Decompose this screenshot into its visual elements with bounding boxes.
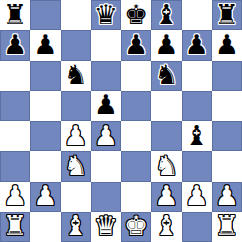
square-d2[interactable] <box>91 182 121 212</box>
piece-white-pawn[interactable]: ♟ <box>64 122 88 149</box>
piece-white-bishop[interactable]: ♝ <box>64 212 88 239</box>
piece-black-pawn[interactable]: ♟ <box>94 91 118 118</box>
square-e5[interactable] <box>121 91 151 121</box>
piece-white-pawn[interactable]: ♟ <box>185 182 209 209</box>
piece-black-pawn[interactable]: ♟ <box>124 31 148 58</box>
piece-black-pawn[interactable]: ♟ <box>33 31 57 58</box>
square-d7[interactable] <box>91 30 121 60</box>
piece-white-knight[interactable]: ♞ <box>154 152 178 179</box>
piece-white-pawn[interactable]: ♟ <box>215 182 239 209</box>
piece-black-knight[interactable]: ♞ <box>64 61 88 88</box>
square-g4[interactable]: ♝ <box>182 121 212 151</box>
square-f8[interactable]: ♝ <box>151 0 181 30</box>
piece-white-pawn[interactable]: ♟ <box>154 182 178 209</box>
piece-white-king[interactable]: ♚ <box>124 212 148 239</box>
square-b4[interactable] <box>30 121 60 151</box>
piece-white-pawn[interactable]: ♟ <box>3 182 27 209</box>
square-a7[interactable]: ♟ <box>0 30 30 60</box>
piece-black-pawn[interactable]: ♟ <box>3 31 27 58</box>
square-c6[interactable]: ♞ <box>61 61 91 91</box>
square-g3[interactable] <box>182 151 212 181</box>
piece-black-pawn[interactable]: ♟ <box>154 31 178 58</box>
square-h4[interactable] <box>212 121 242 151</box>
piece-black-king[interactable]: ♚ <box>124 1 148 28</box>
square-g1[interactable] <box>182 212 212 242</box>
square-h1[interactable]: ♜ <box>212 212 242 242</box>
piece-black-pawn[interactable]: ♟ <box>215 31 239 58</box>
square-f6[interactable]: ♞ <box>151 61 181 91</box>
piece-black-knight[interactable]: ♞ <box>154 61 178 88</box>
square-c5[interactable] <box>61 91 91 121</box>
piece-black-pawn[interactable]: ♟ <box>185 31 209 58</box>
square-g2[interactable]: ♟ <box>182 182 212 212</box>
piece-white-pawn[interactable]: ♟ <box>33 182 57 209</box>
square-g6[interactable] <box>182 61 212 91</box>
square-f7[interactable]: ♟ <box>151 30 181 60</box>
square-d3[interactable] <box>91 151 121 181</box>
square-a4[interactable] <box>0 121 30 151</box>
piece-white-pawn[interactable]: ♟ <box>94 122 118 149</box>
square-e3[interactable] <box>121 151 151 181</box>
piece-black-rook[interactable]: ♜ <box>3 1 27 28</box>
square-b8[interactable] <box>30 0 60 30</box>
square-b3[interactable] <box>30 151 60 181</box>
square-b5[interactable] <box>30 91 60 121</box>
piece-white-rook[interactable]: ♜ <box>3 212 27 239</box>
square-f5[interactable] <box>151 91 181 121</box>
square-h8[interactable]: ♜ <box>212 0 242 30</box>
square-c2[interactable] <box>61 182 91 212</box>
square-b2[interactable]: ♟ <box>30 182 60 212</box>
square-h2[interactable]: ♟ <box>212 182 242 212</box>
square-d4[interactable]: ♟ <box>91 121 121 151</box>
square-c4[interactable]: ♟ <box>61 121 91 151</box>
square-e2[interactable] <box>121 182 151 212</box>
square-f2[interactable]: ♟ <box>151 182 181 212</box>
square-e4[interactable] <box>121 121 151 151</box>
piece-black-bishop[interactable]: ♝ <box>185 122 209 149</box>
piece-white-bishop[interactable]: ♝ <box>154 212 178 239</box>
square-e8[interactable]: ♚ <box>121 0 151 30</box>
square-g8[interactable] <box>182 0 212 30</box>
square-a8[interactable]: ♜ <box>0 0 30 30</box>
square-a2[interactable]: ♟ <box>0 182 30 212</box>
square-a5[interactable] <box>0 91 30 121</box>
piece-black-queen[interactable]: ♛ <box>94 1 118 28</box>
square-c1[interactable]: ♝ <box>61 212 91 242</box>
square-h7[interactable]: ♟ <box>212 30 242 60</box>
square-f4[interactable] <box>151 121 181 151</box>
square-e1[interactable]: ♚ <box>121 212 151 242</box>
square-g7[interactable]: ♟ <box>182 30 212 60</box>
square-d5[interactable]: ♟ <box>91 91 121 121</box>
square-a6[interactable] <box>0 61 30 91</box>
square-e7[interactable]: ♟ <box>121 30 151 60</box>
square-d1[interactable]: ♛ <box>91 212 121 242</box>
piece-white-queen[interactable]: ♛ <box>94 212 118 239</box>
square-b7[interactable]: ♟ <box>30 30 60 60</box>
square-h3[interactable] <box>212 151 242 181</box>
square-e6[interactable] <box>121 61 151 91</box>
square-c8[interactable] <box>61 0 91 30</box>
square-h6[interactable] <box>212 61 242 91</box>
square-b1[interactable] <box>30 212 60 242</box>
chess-board: ♜♛♚♝♜♟♟♟♟♟♟♞♞♟♟♟♝♞♞♟♟♟♟♟♜♝♛♚♝♜ <box>0 0 242 242</box>
piece-black-bishop[interactable]: ♝ <box>154 1 178 28</box>
piece-white-knight[interactable]: ♞ <box>64 152 88 179</box>
square-d6[interactable] <box>91 61 121 91</box>
square-b6[interactable] <box>30 61 60 91</box>
square-f3[interactable]: ♞ <box>151 151 181 181</box>
square-f1[interactable]: ♝ <box>151 212 181 242</box>
square-a3[interactable] <box>0 151 30 181</box>
square-a1[interactable]: ♜ <box>0 212 30 242</box>
square-g5[interactable] <box>182 91 212 121</box>
square-c7[interactable] <box>61 30 91 60</box>
square-h5[interactable] <box>212 91 242 121</box>
square-c3[interactable]: ♞ <box>61 151 91 181</box>
square-d8[interactable]: ♛ <box>91 0 121 30</box>
piece-black-rook[interactable]: ♜ <box>215 1 239 28</box>
piece-white-rook[interactable]: ♜ <box>215 212 239 239</box>
